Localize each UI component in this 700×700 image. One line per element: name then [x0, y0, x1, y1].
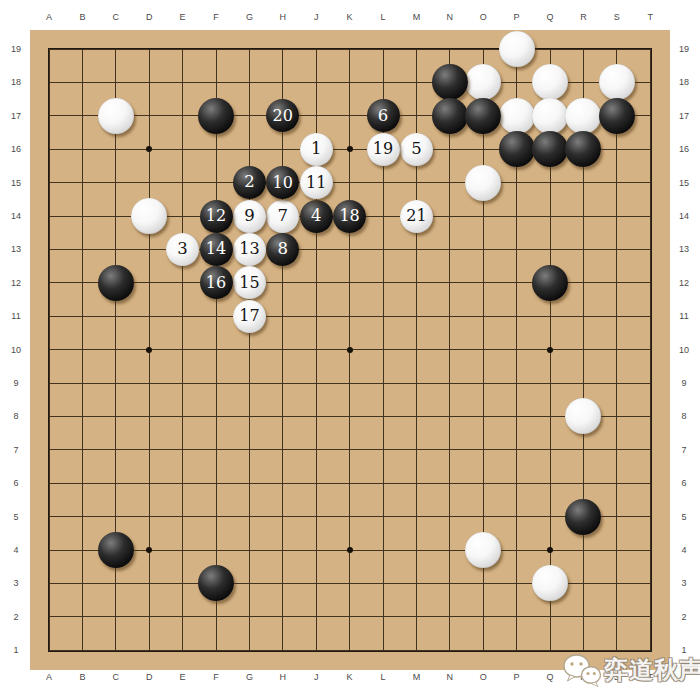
column-label-bottom: H: [280, 673, 287, 682]
column-label-top: Q: [546, 13, 553, 22]
stone-white-q17: [532, 98, 568, 134]
move-number: 9: [244, 208, 255, 225]
move-number: 4: [311, 208, 322, 225]
stone-black-q12: [532, 265, 568, 301]
row-label-left: 2: [13, 612, 18, 621]
column-label-bottom: E: [180, 673, 186, 682]
column-label-top: R: [580, 13, 587, 22]
go-diagram-page: AABBCCDDEEFFGGHHJJKKLLMMNNOOPPQQRRSSTT19…: [0, 0, 700, 700]
row-label-left: 16: [11, 145, 21, 154]
move-number: 11: [306, 175, 326, 191]
move-number: 17: [239, 308, 259, 324]
stone-black-c4: [98, 532, 134, 568]
row-label-left: 12: [11, 278, 21, 287]
row-label-left: 19: [11, 45, 21, 54]
move-number: 2: [244, 174, 255, 191]
row-label-right: 16: [679, 145, 689, 154]
column-label-bottom: G: [246, 673, 253, 682]
stone-black-f14: 12: [200, 200, 233, 233]
row-label-left: 5: [13, 512, 18, 521]
stone-white-g13: 13: [233, 233, 266, 266]
move-number: 5: [411, 141, 422, 158]
star-point: [347, 146, 353, 152]
move-number: 1: [311, 141, 322, 158]
row-label-left: 6: [13, 479, 18, 488]
stone-white-p17: [499, 98, 535, 134]
row-label-left: 14: [11, 212, 21, 221]
row-label-left: 10: [11, 345, 21, 354]
row-label-left: 8: [13, 412, 18, 421]
row-label-right: 12: [679, 278, 689, 287]
move-number: 14: [206, 241, 226, 257]
move-number: 10: [273, 175, 293, 191]
row-label-left: 3: [13, 579, 18, 588]
watermark-text: 弈道秋声: [604, 654, 700, 686]
column-label-bottom: B: [79, 673, 85, 682]
watermark: 弈道秋声: [562, 650, 700, 690]
stone-black-k14: 18: [333, 200, 366, 233]
column-label-top: N: [447, 13, 454, 22]
column-label-bottom: K: [347, 673, 353, 682]
column-label-bottom: L: [380, 673, 385, 682]
row-label-left: 15: [11, 178, 21, 187]
column-label-top: O: [480, 13, 487, 22]
stone-black-l17: 6: [367, 99, 400, 132]
column-label-top: T: [647, 13, 653, 22]
star-point: [547, 347, 553, 353]
column-label-top: A: [46, 13, 52, 22]
row-label-right: 5: [681, 512, 686, 521]
stone-black-h13: 8: [266, 233, 299, 266]
star-point: [547, 547, 553, 553]
move-number: 20: [273, 108, 293, 124]
row-label-right: 3: [681, 579, 686, 588]
column-label-top: F: [213, 13, 219, 22]
stone-white-m16: 5: [400, 133, 433, 166]
row-label-right: 11: [679, 312, 688, 321]
stone-black-n18: [432, 64, 468, 100]
stone-white-g11: 17: [233, 300, 266, 333]
stone-black-f12: 16: [200, 266, 233, 299]
row-label-right: 2: [681, 612, 686, 621]
stone-white-g12: 15: [233, 266, 266, 299]
move-number: 12: [206, 208, 226, 224]
column-label-top: B: [79, 13, 85, 22]
row-label-right: 17: [679, 111, 689, 120]
row-label-right: 19: [679, 45, 689, 54]
column-label-bottom: O: [480, 673, 487, 682]
stone-white-s18: [599, 64, 635, 100]
column-label-top: D: [146, 13, 153, 22]
stone-black-p16: [499, 131, 535, 167]
row-label-right: 15: [679, 178, 689, 187]
stone-white-r17: [565, 98, 601, 134]
move-number: 21: [406, 208, 426, 224]
stone-white-l16: 19: [367, 133, 400, 166]
row-label-right: 10: [679, 345, 689, 354]
column-label-top: E: [180, 13, 186, 22]
move-number: 3: [177, 241, 188, 258]
star-point: [347, 347, 353, 353]
star-point: [146, 347, 152, 353]
row-label-right: 4: [681, 546, 686, 555]
move-number: 8: [278, 241, 289, 258]
stone-white-e13: 3: [166, 233, 199, 266]
column-label-bottom: N: [447, 673, 454, 682]
row-label-left: 11: [11, 312, 20, 321]
column-label-top: K: [347, 13, 353, 22]
stone-black-f17: [198, 98, 234, 134]
row-label-right: 7: [681, 445, 686, 454]
row-label-left: 9: [13, 379, 18, 388]
star-point: [347, 547, 353, 553]
column-label-top: H: [280, 13, 287, 22]
column-label-bottom: J: [314, 673, 319, 682]
stone-white-j15: 11: [300, 166, 333, 199]
column-label-top: C: [113, 13, 120, 22]
column-label-top: G: [246, 13, 253, 22]
stone-black-r5: [565, 499, 601, 535]
move-number: 16: [206, 275, 226, 291]
column-label-bottom: C: [113, 673, 120, 682]
stone-white-p19: [499, 31, 535, 67]
stone-white-d14: [131, 198, 167, 234]
wechat-icon: [562, 652, 602, 688]
column-label-bottom: F: [213, 673, 219, 682]
row-label-right: 6: [681, 479, 686, 488]
column-label-top: M: [413, 13, 421, 22]
column-label-bottom: D: [146, 673, 153, 682]
row-label-left: 18: [11, 78, 21, 87]
stone-white-o4: [465, 532, 501, 568]
stone-white-m14: 21: [400, 200, 433, 233]
move-number: 19: [373, 141, 393, 157]
column-label-bottom: Q: [546, 673, 553, 682]
row-label-left: 4: [13, 546, 18, 555]
move-number: 15: [239, 275, 259, 291]
stone-black-s17: [599, 98, 635, 134]
stone-black-q16: [532, 131, 568, 167]
stone-black-j14: 4: [300, 200, 333, 233]
stone-white-h14: 7: [266, 200, 299, 233]
move-number: 6: [378, 108, 389, 125]
stone-white-c17: [98, 98, 134, 134]
row-label-left: 13: [11, 245, 21, 254]
stone-black-n17: [432, 98, 468, 134]
row-label-right: 9: [681, 379, 686, 388]
row-label-left: 17: [11, 111, 21, 120]
column-label-top: P: [514, 13, 520, 22]
stone-white-o15: [465, 165, 501, 201]
row-label-right: 13: [679, 245, 689, 254]
column-label-top: J: [314, 13, 319, 22]
column-label-top: S: [614, 13, 620, 22]
stone-white-j16: 1: [300, 133, 333, 166]
move-number: 7: [278, 208, 289, 225]
row-label-left: 7: [13, 445, 18, 454]
column-label-bottom: M: [413, 673, 421, 682]
stone-black-c12: [98, 265, 134, 301]
stone-black-o17: [465, 98, 501, 134]
row-label-right: 8: [681, 412, 686, 421]
column-label-bottom: A: [46, 673, 52, 682]
move-number: 18: [339, 208, 359, 224]
stone-black-g15: 2: [233, 166, 266, 199]
row-label-right: 14: [679, 212, 689, 221]
row-label-left: 1: [13, 646, 18, 655]
row-label-right: 18: [679, 78, 689, 87]
stone-black-f13: 14: [200, 233, 233, 266]
stone-white-g14: 9: [233, 200, 266, 233]
move-number: 13: [239, 241, 259, 257]
column-label-bottom: P: [514, 673, 520, 682]
column-label-top: L: [380, 13, 385, 22]
